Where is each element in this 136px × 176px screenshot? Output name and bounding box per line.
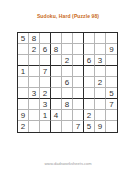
cell-r9c8: 9 <box>95 121 106 132</box>
cell-r9c2 <box>29 121 40 132</box>
cell-r3c8: 3 <box>95 55 106 66</box>
cell-r1c1: 5 <box>18 33 29 44</box>
cell-r6c9: 5 <box>106 88 117 99</box>
cell-r2c4: 8 <box>51 44 62 55</box>
cell-r9c5 <box>62 121 73 132</box>
cell-r1c6 <box>73 33 84 44</box>
cell-r6c5 <box>62 88 73 99</box>
cell-r7c6 <box>73 99 84 110</box>
cell-r1c7 <box>84 33 95 44</box>
cell-r7c4 <box>51 99 62 110</box>
cell-r2c9: 9 <box>106 44 117 55</box>
cell-r7c5: 8 <box>62 99 73 110</box>
cell-r4c9 <box>106 66 117 77</box>
cell-r1c9 <box>106 33 117 44</box>
cell-r5c7 <box>84 77 95 88</box>
cell-r5c8: 2 <box>95 77 106 88</box>
cell-r4c5 <box>62 66 73 77</box>
cell-r4c3: 7 <box>40 66 51 77</box>
cell-r6c7 <box>84 88 95 99</box>
cell-r3c6 <box>73 55 84 66</box>
cell-r6c3: 2 <box>40 88 51 99</box>
cell-r1c3 <box>40 33 51 44</box>
cell-r5c6 <box>73 77 84 88</box>
cell-r2c6 <box>73 44 84 55</box>
cell-r7c7 <box>84 99 95 110</box>
cell-r8c2 <box>29 110 40 121</box>
cell-r2c7 <box>84 44 95 55</box>
cell-r3c4 <box>51 55 62 66</box>
cell-r6c2: 3 <box>29 88 40 99</box>
cell-r8c3: 1 <box>40 110 51 121</box>
cell-r9c6: 7 <box>73 121 84 132</box>
cell-r2c3: 6 <box>40 44 51 55</box>
cell-r7c8 <box>95 99 106 110</box>
cell-r4c8 <box>95 66 106 77</box>
cell-r3c2 <box>29 55 40 66</box>
sudoku-board: 582689263176232538791422759 <box>17 32 118 133</box>
cell-r4c6 <box>73 66 84 77</box>
footer-url: www.dadsworksheets.com <box>0 161 136 166</box>
cell-r8c7: 2 <box>84 110 95 121</box>
cell-r1c4 <box>51 33 62 44</box>
cell-r8c5 <box>62 110 73 121</box>
cell-r3c3 <box>40 55 51 66</box>
cell-r9c3 <box>40 121 51 132</box>
cell-r8c6 <box>73 110 84 121</box>
cell-r8c4: 4 <box>51 110 62 121</box>
cell-r3c5: 2 <box>62 55 73 66</box>
cell-r2c5 <box>62 44 73 55</box>
cell-r3c7: 6 <box>84 55 95 66</box>
cell-r4c4 <box>51 66 62 77</box>
cell-r4c1: 1 <box>18 66 29 77</box>
puzzle-page: Sudoku, Hard (Puzzle 98) 582689263176232… <box>0 0 136 176</box>
cell-r6c6 <box>73 88 84 99</box>
cell-r4c2 <box>29 66 40 77</box>
cell-r4c7 <box>84 66 95 77</box>
cell-r6c1 <box>18 88 29 99</box>
cell-r2c1 <box>18 44 29 55</box>
cell-r9c4 <box>51 121 62 132</box>
cell-r6c8 <box>95 88 106 99</box>
page-title: Sudoku, Hard (Puzzle 98) <box>0 13 136 19</box>
cell-r2c8 <box>95 44 106 55</box>
cell-r5c2 <box>29 77 40 88</box>
cell-r5c3 <box>40 77 51 88</box>
cell-r5c9 <box>106 77 117 88</box>
cell-r1c2: 8 <box>29 33 40 44</box>
cell-r5c4 <box>51 77 62 88</box>
cell-r7c2 <box>29 99 40 110</box>
cell-r8c8 <box>95 110 106 121</box>
cell-r6c4 <box>51 88 62 99</box>
cell-r9c7: 5 <box>84 121 95 132</box>
cell-r3c9 <box>106 55 117 66</box>
cell-r1c8 <box>95 33 106 44</box>
cell-r3c1 <box>18 55 29 66</box>
cell-r9c1: 2 <box>18 121 29 132</box>
cell-r5c1 <box>18 77 29 88</box>
cell-r8c1: 9 <box>18 110 29 121</box>
cell-r5c5: 6 <box>62 77 73 88</box>
cell-r7c9: 7 <box>106 99 117 110</box>
cell-r8c9 <box>106 110 117 121</box>
cell-r7c3: 3 <box>40 99 51 110</box>
cell-r2c2: 2 <box>29 44 40 55</box>
cell-r9c9 <box>106 121 117 132</box>
cell-r1c5 <box>62 33 73 44</box>
cell-r7c1 <box>18 99 29 110</box>
